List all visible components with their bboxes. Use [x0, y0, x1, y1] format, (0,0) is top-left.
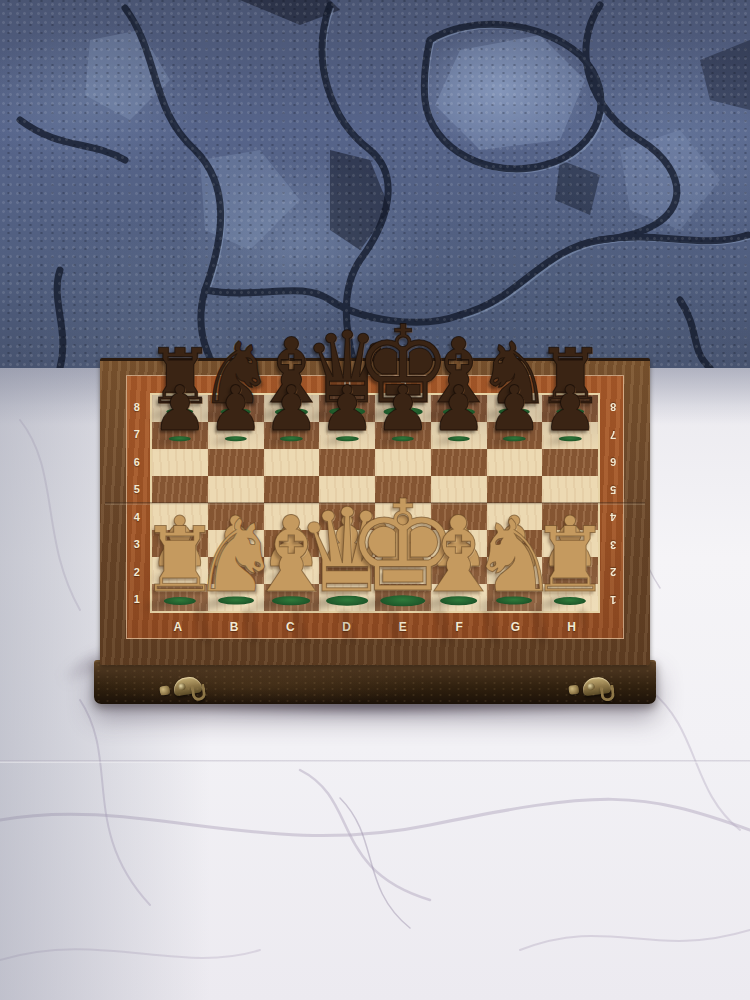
- marble-slab-edge: [0, 760, 750, 763]
- clasp-screwplate-icon: [159, 685, 170, 695]
- clasp-hasp-icon: [172, 675, 202, 696]
- rank-label-left-7: 7: [126, 421, 148, 449]
- clasp-hasp-icon: [582, 676, 612, 696]
- rank-label-right-8: 8: [602, 393, 624, 421]
- square-g6[interactable]: [487, 449, 543, 476]
- square-c6[interactable]: [264, 449, 320, 476]
- clasp-screwplate-icon: [568, 685, 579, 695]
- file-label-bottom-b: B: [206, 615, 262, 638]
- square-b6[interactable]: [208, 449, 264, 476]
- file-label-bottom-g: G: [488, 615, 544, 638]
- chess-box-front: [94, 660, 656, 704]
- rank-label-left-6: 6: [126, 448, 148, 476]
- rank-label-left-5: 5: [126, 476, 148, 504]
- black-pawn-b7[interactable]: ♟: [208, 378, 264, 440]
- scene: ABCDEFGH ABCDEFGH 87654321 87654321 ♜♞♝♛…: [0, 0, 750, 1000]
- file-label-bottom-a: A: [150, 615, 206, 638]
- brass-clasp-left: [158, 674, 209, 705]
- black-pawn-a7[interactable]: ♟: [152, 378, 208, 440]
- rank-label-right-5: 5: [602, 476, 624, 504]
- brass-clasp-right: [568, 675, 619, 705]
- black-pawn-f7[interactable]: ♟: [431, 378, 487, 440]
- file-label-bottom-c: C: [263, 615, 319, 638]
- black-pawn-h7[interactable]: ♟: [542, 378, 598, 440]
- black-pawn-d7[interactable]: ♟: [319, 378, 375, 440]
- black-pawn-c7[interactable]: ♟: [263, 378, 319, 440]
- rank-label-right-6: 6: [602, 448, 624, 476]
- pieces-layer: ♜♞♝♛♚♝♞♜♟♟♟♟♟♟♟♟♟♟♟♟♟♟♟♟♜♞♝♛♚♝♞♜: [152, 392, 598, 608]
- square-a6[interactable]: [152, 449, 208, 476]
- rank-label-right-7: 7: [602, 421, 624, 449]
- black-pawn-e7[interactable]: ♟: [375, 378, 431, 440]
- file-label-bottom-h: H: [544, 615, 600, 638]
- white-rook-h1[interactable]: ♜: [530, 516, 610, 606]
- black-pawn-g7[interactable]: ♟: [486, 378, 542, 440]
- square-h6[interactable]: [542, 449, 598, 476]
